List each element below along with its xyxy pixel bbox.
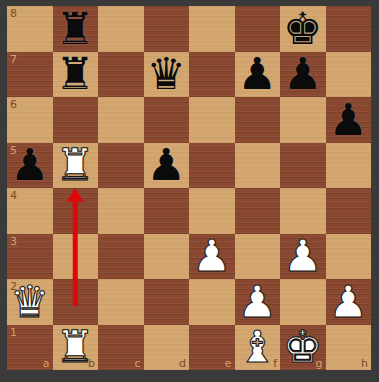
- square-b8[interactable]: ♜: [53, 6, 99, 52]
- black-rook[interactable]: ♜: [56, 7, 95, 51]
- square-a7[interactable]: 7: [7, 52, 53, 98]
- square-c8[interactable]: [98, 6, 144, 52]
- square-c5[interactable]: [98, 143, 144, 189]
- file-label: e: [225, 358, 232, 369]
- white-pawn[interactable]: ♟: [283, 234, 322, 278]
- black-pawn[interactable]: ♟: [147, 143, 186, 187]
- square-b7[interactable]: ♜: [53, 52, 99, 98]
- square-g1[interactable]: g♚: [280, 325, 326, 371]
- black-king[interactable]: ♚: [283, 7, 322, 51]
- square-h4[interactable]: [326, 188, 372, 234]
- square-f7[interactable]: ♟: [235, 52, 281, 98]
- rank-label: 6: [10, 99, 17, 110]
- square-a5[interactable]: 5♟: [7, 143, 53, 189]
- white-rook[interactable]: ♜: [56, 143, 95, 187]
- square-d5[interactable]: ♟: [144, 143, 190, 189]
- square-c6[interactable]: [98, 97, 144, 143]
- black-queen[interactable]: ♛: [147, 52, 186, 96]
- square-g2[interactable]: [280, 279, 326, 325]
- square-e4[interactable]: [189, 188, 235, 234]
- square-h5[interactable]: [326, 143, 372, 189]
- square-h3[interactable]: [326, 234, 372, 280]
- square-f2[interactable]: ♟: [235, 279, 281, 325]
- file-label: d: [179, 358, 186, 369]
- square-a3[interactable]: 3: [7, 234, 53, 280]
- black-pawn[interactable]: ♟: [283, 52, 322, 96]
- square-g4[interactable]: [280, 188, 326, 234]
- chess-board: 8♜♚7♜♛♟♟6♟5♟♜♟43♟♟2♛♟♟1ab♜cdef♝g♚h: [7, 6, 371, 370]
- square-a8[interactable]: 8: [7, 6, 53, 52]
- square-h8[interactable]: [326, 6, 372, 52]
- square-e8[interactable]: [189, 6, 235, 52]
- black-pawn[interactable]: ♟: [238, 52, 277, 96]
- square-e2[interactable]: [189, 279, 235, 325]
- square-d4[interactable]: [144, 188, 190, 234]
- chess-app: 8♜♚7♜♛♟♟6♟5♟♜♟43♟♟2♛♟♟1ab♜cdef♝g♚h: [0, 0, 379, 382]
- square-f5[interactable]: [235, 143, 281, 189]
- square-g8[interactable]: ♚: [280, 6, 326, 52]
- square-d1[interactable]: d: [144, 325, 190, 371]
- square-c7[interactable]: [98, 52, 144, 98]
- square-b2[interactable]: [53, 279, 99, 325]
- square-b6[interactable]: [53, 97, 99, 143]
- square-e1[interactable]: e: [189, 325, 235, 371]
- black-pawn[interactable]: ♟: [329, 98, 368, 142]
- square-c2[interactable]: [98, 279, 144, 325]
- square-a4[interactable]: 4: [7, 188, 53, 234]
- square-d2[interactable]: [144, 279, 190, 325]
- file-label: c: [134, 358, 140, 369]
- square-g6[interactable]: [280, 97, 326, 143]
- square-c3[interactable]: [98, 234, 144, 280]
- white-king[interactable]: ♚: [283, 325, 322, 369]
- rank-label: 8: [10, 8, 17, 19]
- rank-label: 3: [10, 236, 17, 247]
- rank-label: 4: [10, 190, 17, 201]
- white-rook[interactable]: ♜: [56, 325, 95, 369]
- square-b4[interactable]: [53, 188, 99, 234]
- square-b5[interactable]: ♜: [53, 143, 99, 189]
- square-g5[interactable]: [280, 143, 326, 189]
- square-d8[interactable]: [144, 6, 190, 52]
- square-a2[interactable]: 2♛: [7, 279, 53, 325]
- square-g7[interactable]: ♟: [280, 52, 326, 98]
- square-f6[interactable]: [235, 97, 281, 143]
- square-b1[interactable]: b♜: [53, 325, 99, 371]
- rank-label: 7: [10, 54, 17, 65]
- square-c4[interactable]: [98, 188, 144, 234]
- square-a1[interactable]: 1a: [7, 325, 53, 371]
- white-pawn[interactable]: ♟: [329, 280, 368, 324]
- square-h2[interactable]: ♟: [326, 279, 372, 325]
- square-e3[interactable]: ♟: [189, 234, 235, 280]
- square-d6[interactable]: [144, 97, 190, 143]
- rank-label: 1: [10, 327, 17, 338]
- square-a6[interactable]: 6: [7, 97, 53, 143]
- square-f8[interactable]: [235, 6, 281, 52]
- square-e6[interactable]: [189, 97, 235, 143]
- square-e5[interactable]: [189, 143, 235, 189]
- square-h6[interactable]: ♟: [326, 97, 372, 143]
- white-pawn[interactable]: ♟: [192, 234, 231, 278]
- square-f3[interactable]: [235, 234, 281, 280]
- square-e7[interactable]: [189, 52, 235, 98]
- white-bishop[interactable]: ♝: [238, 325, 277, 369]
- square-h1[interactable]: h: [326, 325, 372, 371]
- white-pawn[interactable]: ♟: [238, 280, 277, 324]
- square-f1[interactable]: f♝: [235, 325, 281, 371]
- file-label: h: [361, 358, 368, 369]
- square-c1[interactable]: c: [98, 325, 144, 371]
- square-d3[interactable]: [144, 234, 190, 280]
- white-queen[interactable]: ♛: [10, 280, 49, 324]
- square-b3[interactable]: [53, 234, 99, 280]
- square-f4[interactable]: [235, 188, 281, 234]
- file-label: a: [43, 358, 50, 369]
- square-g3[interactable]: ♟: [280, 234, 326, 280]
- square-d7[interactable]: ♛: [144, 52, 190, 98]
- black-pawn[interactable]: ♟: [10, 143, 49, 187]
- black-rook[interactable]: ♜: [56, 52, 95, 96]
- square-h7[interactable]: [326, 52, 372, 98]
